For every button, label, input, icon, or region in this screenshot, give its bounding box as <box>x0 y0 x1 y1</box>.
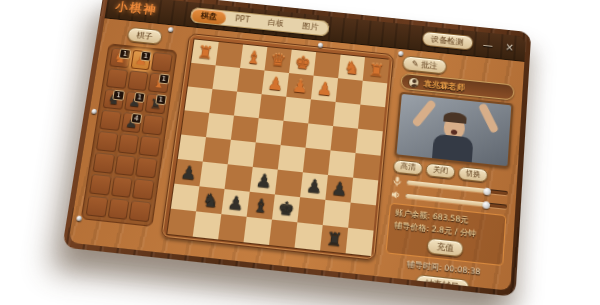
mic-slider-knob[interactable] <box>484 187 492 195</box>
square-a7[interactable] <box>188 63 216 89</box>
tray-cell-5-0[interactable] <box>92 152 114 174</box>
dark-p-piece: ♟ <box>255 171 273 190</box>
square-f2[interactable] <box>297 197 325 225</box>
piece-count-badge: 1 <box>155 94 167 105</box>
tray-cell-1-1[interactable] <box>127 70 149 91</box>
square-h2[interactable] <box>348 203 376 231</box>
video-button-2[interactable]: 关闭 <box>425 163 455 180</box>
square-h4[interactable] <box>353 153 380 180</box>
chessboard: ♜♝♛♚♞♜♟♟♟♟♟♟♟♞♟♝♚♜ <box>166 38 388 257</box>
square-b8[interactable] <box>216 42 243 68</box>
tray-cell-4-0[interactable] <box>96 131 118 152</box>
square-a1[interactable] <box>167 209 196 237</box>
microphone-icon <box>392 176 403 187</box>
square-e1[interactable] <box>269 220 297 248</box>
tray-cell-1-2[interactable]: ♝1 <box>148 73 170 94</box>
dark-p-piece: ♟ <box>179 163 197 182</box>
square-b5[interactable] <box>206 113 234 140</box>
tray-cell-3-2[interactable] <box>142 114 164 135</box>
square-f4[interactable] <box>303 148 331 175</box>
app-window: 小棋神 棋盘PPT白板图片 设备检测 — × <box>62 0 531 297</box>
square-g1[interactable]: ♜ <box>320 225 348 253</box>
tray-cell-3-0[interactable] <box>99 110 121 131</box>
tray-cell-6-2[interactable] <box>132 178 154 200</box>
square-f7[interactable]: ♟ <box>311 76 338 102</box>
square-a4[interactable] <box>178 134 206 161</box>
dark-p-piece: ♟ <box>305 176 323 195</box>
piece-count-badge: 1 <box>140 51 152 62</box>
orange-q-piece: ♛ <box>269 51 287 69</box>
video-subject <box>432 134 474 165</box>
tab-3[interactable]: 白板 <box>258 14 294 31</box>
square-a5[interactable] <box>181 110 209 137</box>
square-h1[interactable] <box>346 228 374 256</box>
tray-cell-2-0[interactable]: ♞1 <box>103 89 125 110</box>
orange-b-piece: ♝ <box>245 48 263 66</box>
tilted-scene: 小棋神 棋盘PPT白板图片 设备检测 — × <box>62 0 531 297</box>
tray-cell-4-2[interactable] <box>139 135 161 156</box>
square-f1[interactable] <box>295 222 323 250</box>
piece-count-badge: 1 <box>134 92 146 103</box>
square-b1[interactable] <box>193 211 222 239</box>
square-h3[interactable] <box>351 178 379 206</box>
minimize-button[interactable]: — <box>481 39 496 50</box>
screw-icon <box>285 278 291 284</box>
tray-cell-0-0[interactable]: ♞1 <box>109 48 131 69</box>
orange-k-piece: ♚ <box>294 53 311 71</box>
square-c5[interactable] <box>231 116 259 143</box>
square-e6[interactable] <box>283 97 310 124</box>
account-info-box: 账户余额: 683.58元 辅导价格: 2.8元 / 分钟 充值 <box>385 203 506 267</box>
orange-n-piece: ♞ <box>343 59 360 77</box>
square-g4[interactable] <box>328 150 356 177</box>
piece-tray-grid: ♞1♟1♝1♞1♟1♜1♟4 <box>81 43 178 227</box>
piece-count-badge: 1 <box>119 48 131 59</box>
square-g8[interactable]: ♞ <box>338 55 365 81</box>
device-check-button[interactable]: 设备检测 <box>421 31 473 51</box>
tray-cell-0-1[interactable]: ♟1 <box>130 50 152 71</box>
piece-count-badge: 4 <box>130 113 142 124</box>
square-f6[interactable] <box>308 99 335 126</box>
square-d1[interactable] <box>244 217 272 245</box>
square-a8[interactable]: ♜ <box>191 39 219 65</box>
tray-cell-2-2[interactable]: ♜1 <box>145 93 167 114</box>
tray-cell-7-2[interactable] <box>129 200 152 222</box>
tray-cell-3-1[interactable]: ♟4 <box>121 112 143 133</box>
tab-4[interactable]: 图片 <box>292 18 328 35</box>
square-d5[interactable] <box>256 118 284 145</box>
annotate-button[interactable]: ✎ 批注 <box>402 55 447 74</box>
square-d4[interactable] <box>253 142 281 169</box>
square-d3[interactable]: ♟ <box>250 167 278 195</box>
dark-p-piece: ♟ <box>330 179 348 198</box>
square-c2[interactable]: ♟ <box>221 189 249 217</box>
square-b3[interactable] <box>199 162 227 189</box>
video-subject <box>411 99 437 128</box>
square-h8[interactable]: ♜ <box>363 57 390 83</box>
dark-p-piece: ♟ <box>226 193 244 212</box>
tab-2[interactable]: PPT <box>225 11 260 28</box>
square-f3[interactable]: ♟ <box>300 172 328 200</box>
tray-cell-7-0[interactable] <box>86 195 109 217</box>
close-button[interactable]: × <box>503 42 516 53</box>
tray-cell-0-2[interactable] <box>151 52 173 73</box>
orange-p-piece: ♟ <box>291 77 309 95</box>
square-c6[interactable] <box>234 92 262 119</box>
square-d6[interactable] <box>259 94 287 121</box>
square-e5[interactable] <box>281 121 309 148</box>
square-e2[interactable]: ♚ <box>272 194 300 222</box>
square-d7[interactable]: ♟ <box>262 70 289 96</box>
recharge-button[interactable]: 充值 <box>426 238 464 258</box>
square-g3[interactable]: ♟ <box>325 175 353 203</box>
orange-r-piece: ♜ <box>196 43 214 61</box>
square-h7[interactable] <box>360 81 387 107</box>
dark-k-piece: ♚ <box>277 199 295 219</box>
orange-r-piece: ♜ <box>368 61 385 79</box>
square-b7[interactable] <box>212 65 240 91</box>
square-e4[interactable] <box>278 145 306 172</box>
side-panel: ✎ 批注 袁兆霖老师 高清关 <box>382 55 515 291</box>
video-feed <box>394 92 513 169</box>
square-c1[interactable] <box>218 214 247 242</box>
piece-tray-header[interactable]: 棋子 <box>126 27 162 45</box>
main-content: 棋子 ♞1♟1♝1♞1♟1♜1♟4 ♜♝♛♚♞♜♟♟♟♟♟♟♟♞♟♝♚♜ ✎ 批… <box>68 18 524 290</box>
square-d8[interactable]: ♛ <box>265 47 292 73</box>
square-b4[interactable] <box>203 137 231 164</box>
square-d2[interactable]: ♝ <box>247 192 275 220</box>
dark-r-piece: ♜ <box>325 229 343 249</box>
square-g7[interactable] <box>336 78 363 104</box>
video-subject <box>478 103 499 134</box>
square-g2[interactable] <box>323 200 351 228</box>
tray-cell-5-1[interactable] <box>114 154 136 176</box>
tray-cell-6-0[interactable] <box>89 174 112 196</box>
square-c7[interactable] <box>237 68 264 94</box>
app-logo: 小棋神 <box>114 0 159 19</box>
piece-count-badge: 1 <box>158 73 170 84</box>
square-c3[interactable] <box>225 164 253 191</box>
dark-n-piece: ♞ <box>201 190 219 209</box>
square-c4[interactable] <box>228 140 256 167</box>
tray-cell-7-1[interactable] <box>107 198 130 220</box>
speaker-icon <box>390 189 401 201</box>
dark-b-piece: ♝ <box>252 196 270 216</box>
square-a3[interactable]: ♟ <box>174 159 202 186</box>
square-a2[interactable] <box>171 184 200 212</box>
square-g5[interactable] <box>331 126 358 153</box>
orange-p-piece: ♟ <box>267 74 285 92</box>
square-h6[interactable] <box>358 105 385 132</box>
video-button-3[interactable]: 切换 <box>458 166 488 183</box>
piece-count-badge: 1 <box>112 90 124 101</box>
square-e3[interactable] <box>275 170 303 198</box>
square-h5[interactable] <box>356 129 383 156</box>
teacher-name: 袁兆霖老师 <box>423 78 465 93</box>
square-a6[interactable] <box>185 86 213 113</box>
square-e8[interactable]: ♚ <box>289 50 316 76</box>
tray-cell-1-0[interactable] <box>106 68 128 89</box>
tray-cell-5-2[interactable] <box>135 157 157 179</box>
square-f5[interactable] <box>306 123 334 150</box>
end-session-button[interactable]: 结束辅导 <box>415 274 470 291</box>
video-button-1[interactable]: 高清 <box>393 159 423 175</box>
tray-cell-2-1[interactable]: ♟1 <box>124 91 146 112</box>
square-g6[interactable] <box>333 102 360 129</box>
square-b6[interactable] <box>209 89 237 116</box>
page-background: 小棋神 棋盘PPT白板图片 设备检测 — × <box>0 0 600 305</box>
square-e7[interactable]: ♟ <box>286 73 313 99</box>
square-f8[interactable] <box>314 52 341 78</box>
tray-cell-4-1[interactable] <box>117 133 139 154</box>
tab-1[interactable]: 棋盘 <box>191 8 227 25</box>
square-b2[interactable]: ♞ <box>196 186 224 214</box>
square-c8[interactable]: ♝ <box>240 45 267 71</box>
orange-p-piece: ♟ <box>316 80 333 98</box>
tray-cell-6-1[interactable] <box>111 176 133 198</box>
teacher-avatar <box>408 76 420 88</box>
screw-icon <box>91 109 97 115</box>
chessboard-frame: ♜♝♛♚♞♜♟♟♟♟♟♟♟♞♟♝♚♜ <box>160 33 394 261</box>
speaker-slider-knob[interactable] <box>483 201 491 209</box>
